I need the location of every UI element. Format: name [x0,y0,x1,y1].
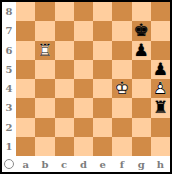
square-b8[interactable] [35,2,54,21]
square-d6[interactable] [74,41,93,60]
square-a1[interactable] [16,137,35,156]
file-label-e: e [93,156,112,172]
square-h7[interactable] [151,21,170,40]
square-a6[interactable] [16,41,35,60]
square-e7[interactable] [93,21,112,40]
black-king-glyph: ♚ [132,21,151,40]
white-king[interactable]: ♚♔ [112,79,131,98]
square-c4[interactable] [55,79,74,98]
white-rook[interactable]: ♜♖ [35,41,54,60]
square-b4[interactable] [35,79,54,98]
square-h1[interactable] [151,137,170,156]
square-b5[interactable] [35,60,54,79]
square-a5[interactable] [16,60,35,79]
rank-label-2: 2 [2,118,16,137]
square-a8[interactable] [16,2,35,21]
square-f1[interactable] [112,137,131,156]
square-c5[interactable] [55,60,74,79]
square-h8[interactable] [151,2,170,21]
white-pawn-outline: ♙ [151,79,170,98]
square-e3[interactable] [93,98,112,117]
rank-label-6: 6 [2,41,16,60]
square-f2[interactable] [112,118,131,137]
file-label-d: d [74,156,93,172]
square-g3[interactable] [132,98,151,117]
file-label-b: b [35,156,54,172]
square-h3[interactable]: ♜ [151,98,170,117]
rank-label-7: 7 [2,21,16,40]
square-c8[interactable] [55,2,74,21]
square-f4[interactable]: ♚♔ [112,79,131,98]
square-f5[interactable] [112,60,131,79]
black-pawn[interactable]: ♟ [132,41,151,60]
square-f7[interactable] [112,21,131,40]
square-h4[interactable]: ♟♙ [151,79,170,98]
square-c6[interactable] [55,41,74,60]
square-h5[interactable]: ♟ [151,60,170,79]
square-b1[interactable] [35,137,54,156]
square-d1[interactable] [74,137,93,156]
black-pawn[interactable]: ♟ [151,60,170,79]
white-pawn[interactable]: ♟♙ [151,79,170,98]
square-e4[interactable] [93,79,112,98]
square-c2[interactable] [55,118,74,137]
square-d4[interactable] [74,79,93,98]
black-king[interactable]: ♚ [132,21,151,40]
square-d8[interactable] [74,2,93,21]
square-f8[interactable] [112,2,131,21]
rank-label-5: 5 [2,60,16,79]
white-circle-icon [4,159,14,169]
square-f3[interactable] [112,98,131,117]
square-c1[interactable] [55,137,74,156]
black-pawn-glyph: ♟ [132,41,151,60]
square-a2[interactable] [16,118,35,137]
square-g7[interactable]: ♚ [132,21,151,40]
square-g1[interactable] [132,137,151,156]
square-d2[interactable] [74,118,93,137]
chess-diagram: 87♚6♜♖♟5♟4♚♔♟♙3♜21abcdefgh [0,0,172,174]
white-to-move-indicator [2,156,16,172]
black-rook[interactable]: ♜ [151,98,170,117]
file-label-f: f [112,156,131,172]
rank-label-8: 8 [2,2,16,21]
file-label-a: a [16,156,35,172]
square-g6[interactable]: ♟ [132,41,151,60]
file-label-c: c [55,156,74,172]
square-e6[interactable] [93,41,112,60]
file-label-g: g [132,156,151,172]
square-c7[interactable] [55,21,74,40]
square-f6[interactable] [112,41,131,60]
white-king-outline: ♔ [112,79,131,98]
chess-board: 87♚6♜♖♟5♟4♚♔♟♙3♜21abcdefgh [2,2,170,172]
square-e2[interactable] [93,118,112,137]
square-g2[interactable] [132,118,151,137]
square-g8[interactable] [132,2,151,21]
square-a7[interactable] [16,21,35,40]
square-b6[interactable]: ♜♖ [35,41,54,60]
rank-label-3: 3 [2,98,16,117]
square-b2[interactable] [35,118,54,137]
rank-label-4: 4 [2,79,16,98]
square-g5[interactable] [132,60,151,79]
square-b3[interactable] [35,98,54,117]
square-a3[interactable] [16,98,35,117]
file-label-h: h [151,156,170,172]
square-e1[interactable] [93,137,112,156]
square-h2[interactable] [151,118,170,137]
black-pawn-glyph: ♟ [151,60,170,79]
square-a4[interactable] [16,79,35,98]
square-e5[interactable] [93,60,112,79]
square-d7[interactable] [74,21,93,40]
square-h6[interactable] [151,41,170,60]
square-c3[interactable] [55,98,74,117]
square-e8[interactable] [93,2,112,21]
square-g4[interactable] [132,79,151,98]
rank-label-1: 1 [2,137,16,156]
square-d3[interactable] [74,98,93,117]
square-d5[interactable] [74,60,93,79]
black-rook-glyph: ♜ [151,98,170,117]
square-b7[interactable] [35,21,54,40]
white-rook-outline: ♖ [35,41,54,60]
